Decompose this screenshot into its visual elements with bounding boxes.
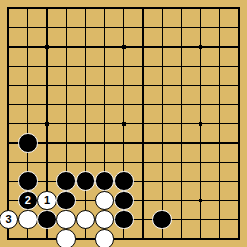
black-stone: 2 [18,191,38,211]
black-stone [37,210,57,230]
black-stone [152,210,172,230]
move-number-label: 3 [6,214,12,225]
white-stone [95,191,115,211]
go-board[interactable]: 213 [0,0,247,247]
black-stone [56,171,76,191]
white-stone: 1 [37,191,57,211]
white-stone [76,210,96,230]
black-stone [56,191,76,211]
black-stone [114,210,134,230]
black-stone [76,171,96,191]
black-stone [114,191,134,211]
board-grid[interactable]: 213 [0,0,247,247]
black-stone [18,171,38,191]
move-number-label: 2 [25,195,31,206]
black-stone [18,133,38,153]
white-stone [56,229,76,247]
black-stone [114,171,134,191]
white-stone: 3 [0,210,18,230]
black-stone [95,171,115,191]
white-stone [56,210,76,230]
move-number-label: 1 [44,195,50,206]
white-stone [18,210,38,230]
white-stone [95,210,115,230]
white-stone [95,229,115,247]
